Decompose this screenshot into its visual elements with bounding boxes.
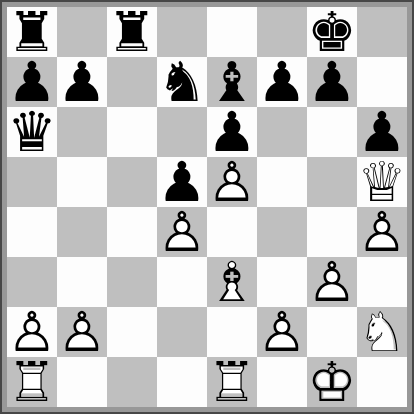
square-c8[interactable]: ♜ — [107, 7, 157, 57]
square-c7[interactable] — [107, 57, 157, 107]
square-g7[interactable]: ♟ — [307, 57, 357, 107]
square-b4[interactable] — [57, 207, 107, 257]
piece-black-rook: ♜ — [107, 7, 157, 57]
square-a4[interactable] — [7, 207, 57, 257]
square-d4[interactable]: ♟♙ — [157, 207, 207, 257]
square-h1[interactable] — [357, 357, 407, 407]
square-b5[interactable] — [57, 157, 107, 207]
square-h8[interactable] — [357, 7, 407, 57]
square-h2[interactable]: ♞♘ — [357, 307, 407, 357]
square-f4[interactable] — [257, 207, 307, 257]
square-g6[interactable] — [307, 107, 357, 157]
square-c2[interactable] — [107, 307, 157, 357]
square-g5[interactable] — [307, 157, 357, 207]
square-d3[interactable] — [157, 257, 207, 307]
square-e1[interactable]: ♜♖ — [207, 357, 257, 407]
square-b1[interactable] — [57, 357, 107, 407]
piece-white-pawn: ♟♙ — [307, 257, 357, 307]
white-piece-outline: ♙ — [357, 207, 407, 257]
piece-white-king: ♚♔ — [307, 357, 357, 407]
white-piece-outline: ♙ — [157, 207, 207, 257]
piece-white-knight: ♞♘ — [357, 307, 407, 357]
piece-white-pawn: ♟♙ — [57, 307, 107, 357]
white-piece-outline: ♖ — [7, 357, 57, 407]
chess-board: ♜♜♚♟♟♞♝♟♟♛♟♟♟♟♙♛♕♟♙♟♙♝♗♟♙♟♙♟♙♟♙♞♘♜♖♜♖♚♔ — [7, 7, 407, 407]
white-piece-outline: ♗ — [207, 257, 257, 307]
piece-white-rook: ♜♖ — [7, 357, 57, 407]
piece-black-queen: ♛ — [7, 107, 57, 157]
square-a1[interactable]: ♜♖ — [7, 357, 57, 407]
square-f1[interactable] — [257, 357, 307, 407]
square-d7[interactable]: ♞ — [157, 57, 207, 107]
square-g1[interactable]: ♚♔ — [307, 357, 357, 407]
piece-white-pawn: ♟♙ — [357, 207, 407, 257]
square-b2[interactable]: ♟♙ — [57, 307, 107, 357]
square-d2[interactable] — [157, 307, 207, 357]
square-h4[interactable]: ♟♙ — [357, 207, 407, 257]
white-piece-outline: ♙ — [207, 157, 257, 207]
piece-black-pawn: ♟ — [257, 57, 307, 107]
square-c6[interactable] — [107, 107, 157, 157]
square-f7[interactable]: ♟ — [257, 57, 307, 107]
white-piece-outline: ♙ — [57, 307, 107, 357]
piece-black-pawn: ♟ — [307, 57, 357, 107]
square-d1[interactable] — [157, 357, 207, 407]
square-f5[interactable] — [257, 157, 307, 207]
board-frame: ♜♜♚♟♟♞♝♟♟♛♟♟♟♟♙♛♕♟♙♟♙♝♗♟♙♟♙♟♙♟♙♞♘♜♖♜♖♚♔ — [0, 0, 414, 414]
square-c3[interactable] — [107, 257, 157, 307]
square-b6[interactable] — [57, 107, 107, 157]
square-c1[interactable] — [107, 357, 157, 407]
white-piece-outline: ♙ — [307, 257, 357, 307]
square-c4[interactable] — [107, 207, 157, 257]
square-a5[interactable] — [7, 157, 57, 207]
square-a6[interactable]: ♛ — [7, 107, 57, 157]
square-g3[interactable]: ♟♙ — [307, 257, 357, 307]
piece-white-pawn: ♟♙ — [157, 207, 207, 257]
white-piece-outline: ♖ — [207, 357, 257, 407]
white-piece-outline: ♙ — [257, 307, 307, 357]
square-e3[interactable]: ♝♗ — [207, 257, 257, 307]
piece-white-pawn: ♟♙ — [257, 307, 307, 357]
piece-white-rook: ♜♖ — [207, 357, 257, 407]
piece-white-pawn: ♟♙ — [207, 157, 257, 207]
square-c5[interactable] — [107, 157, 157, 207]
square-f2[interactable]: ♟♙ — [257, 307, 307, 357]
white-piece-outline: ♔ — [307, 357, 357, 407]
square-b7[interactable]: ♟ — [57, 57, 107, 107]
piece-black-pawn: ♟ — [57, 57, 107, 107]
square-f6[interactable] — [257, 107, 307, 157]
white-piece-outline: ♘ — [357, 307, 407, 357]
square-e5[interactable]: ♟♙ — [207, 157, 257, 207]
piece-black-knight: ♞ — [157, 57, 207, 107]
piece-white-bishop: ♝♗ — [207, 257, 257, 307]
